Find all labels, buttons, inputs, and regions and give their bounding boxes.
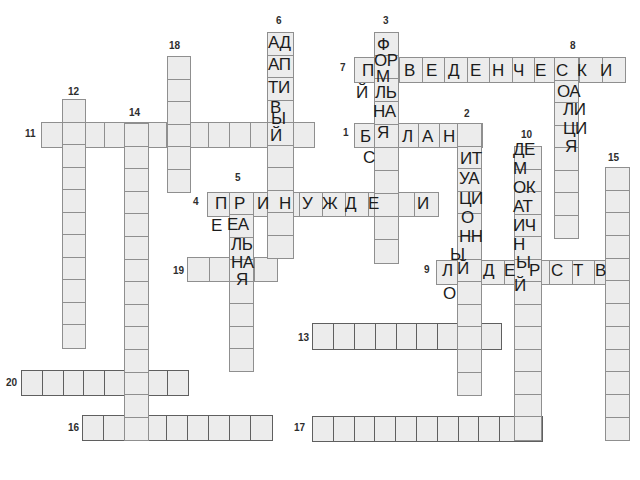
crossword-letter: Я (565, 138, 577, 155)
clue-number-6: 6 (276, 16, 282, 26)
crossword-letter: А (422, 128, 433, 145)
cell-12-10[interactable] (63, 303, 85, 326)
cell-17-4[interactable] (375, 417, 396, 441)
cell-15-5[interactable] (606, 259, 629, 282)
cell-5-8[interactable] (230, 349, 253, 371)
cell-13-3[interactable] (355, 324, 376, 349)
cell-17-3[interactable] (355, 417, 376, 441)
cell-15-10[interactable] (606, 372, 629, 395)
clue-number-10: 10 (521, 130, 532, 140)
cell-11-9[interactable] (209, 123, 230, 147)
cell-18-6[interactable] (168, 170, 190, 193)
cell-12-3[interactable] (63, 145, 85, 168)
clue-number-7: 7 (340, 63, 346, 73)
clue-number-9: 9 (424, 265, 430, 275)
crossword-letter: О (443, 285, 456, 302)
cell-13-1[interactable] (313, 324, 334, 349)
cell-10-8[interactable] (515, 305, 541, 328)
crossword-letter: ЛЬ (231, 236, 252, 253)
crossword-letter: ДЕ (513, 141, 535, 158)
cell-10-9[interactable] (515, 327, 541, 350)
cell-14-5[interactable] (125, 214, 148, 237)
clue-number-3: 3 (383, 16, 389, 26)
cell-11-13[interactable] (293, 123, 314, 147)
cell-20-7[interactable] (147, 371, 168, 395)
cell-16-6[interactable] (188, 416, 209, 440)
cell-15-3[interactable] (606, 213, 629, 236)
cell-16-5[interactable] (167, 416, 188, 440)
cell-15-8[interactable] (606, 327, 629, 350)
cell-12-1[interactable] (63, 100, 85, 123)
cell-20-4[interactable] (84, 371, 105, 395)
cell-2-8[interactable] (458, 282, 481, 305)
cell-17-9[interactable] (479, 417, 500, 441)
crossword-letter: УА (459, 170, 479, 187)
cell-15-9[interactable] (606, 350, 629, 373)
crossword-letter: Е (535, 62, 546, 79)
cell-2-1[interactable] (458, 124, 481, 147)
cell-17-1[interactable] (313, 417, 334, 441)
cell-17-2[interactable] (334, 417, 355, 441)
crossword-letter: ИЧ (513, 217, 536, 234)
crossword-letter: ЦИ (459, 190, 483, 207)
crossword-letter: Е (211, 217, 222, 234)
cell-6-6[interactable] (268, 146, 293, 169)
crossword-letter: ТИ (268, 79, 290, 96)
crossword-letter: ОА (557, 83, 580, 100)
crossword-letter: Д (483, 262, 494, 279)
crossword-letter: И (600, 62, 612, 79)
crossword-letter: Р (234, 195, 245, 212)
crossword-letter: И (257, 195, 269, 212)
crossword-letter: АП (268, 56, 290, 73)
cell-18-4[interactable] (168, 125, 190, 148)
word-strip-15-down (605, 167, 630, 441)
crossword-letter: Л (402, 128, 413, 145)
cell-3-9[interactable] (375, 217, 398, 240)
cell-20-5[interactable] (105, 371, 126, 395)
cell-12-9[interactable] (63, 280, 85, 303)
cell-3-6[interactable] (375, 148, 398, 171)
cell-14-11[interactable] (125, 350, 148, 373)
word-strip-20-across (21, 370, 189, 396)
cell-12-5[interactable] (63, 190, 85, 213)
cell-16-1[interactable] (83, 416, 104, 440)
clue-number-1: 1 (343, 128, 349, 138)
crossword-letter: ЦИ (563, 120, 587, 137)
cell-17-7[interactable] (438, 417, 459, 441)
crossword-letter: О (461, 209, 474, 226)
cell-3-10[interactable] (375, 240, 398, 263)
cell-14-14[interactable] (125, 418, 148, 441)
cell-10-10[interactable] (515, 350, 541, 373)
crossword-letter: АТ (513, 198, 532, 215)
cell-12-6[interactable] (63, 213, 85, 236)
cell-8-6[interactable] (555, 171, 578, 194)
clue-number-14: 14 (129, 108, 140, 118)
cell-14-3[interactable] (125, 169, 148, 192)
cell-14-8[interactable] (125, 282, 148, 305)
clue-number-17: 17 (294, 423, 305, 433)
cell-17-6[interactable] (417, 417, 438, 441)
crossword-letter: Д (345, 195, 356, 212)
cell-17-8[interactable] (459, 417, 480, 441)
crossword-letter: ИТ (460, 150, 482, 167)
cell-2-11[interactable] (458, 350, 481, 373)
cell-20-2[interactable] (43, 371, 64, 395)
cell-18-1[interactable] (168, 57, 190, 80)
crossword-letter: Й (270, 127, 282, 144)
crossword-letter: НА (373, 103, 396, 120)
cell-18-3[interactable] (168, 102, 190, 125)
clue-number-5: 5 (235, 173, 241, 183)
crossword-letter: У (302, 195, 312, 212)
cell-13-6[interactable] (417, 324, 438, 349)
crossword-letter: П (362, 62, 374, 79)
cell-20-1[interactable] (22, 371, 43, 395)
cell-14-2[interactable] (125, 147, 148, 170)
word-strip-14-down (124, 123, 149, 441)
clue-number-18: 18 (169, 41, 180, 51)
cell-11-6[interactable] (146, 123, 167, 147)
clue-number-20: 20 (6, 378, 17, 388)
clue-number-8: 8 (570, 41, 576, 51)
cell-19-4[interactable] (255, 258, 277, 281)
cell-12-7[interactable] (63, 235, 85, 258)
crossword-letter: К (577, 62, 586, 79)
cell-2-10[interactable] (458, 327, 481, 350)
cell-15-7[interactable] (606, 304, 629, 327)
crossword-letter: С (551, 262, 563, 279)
cell-12-4[interactable] (63, 168, 85, 191)
crossword-letter: ОК (513, 179, 535, 196)
crossword-letter: Е (426, 62, 437, 79)
word-strip-18-down (167, 56, 191, 193)
crossword-letter: Н (279, 195, 291, 212)
crossword-letter: Ы (271, 110, 286, 127)
crossword-letter: С (363, 149, 375, 166)
cell-10-11[interactable] (515, 372, 541, 395)
crossword-letter: Й (457, 260, 469, 277)
crossword-letter: Я (236, 271, 248, 288)
cell-16-7[interactable] (209, 416, 230, 440)
cell-16-4[interactable] (146, 416, 167, 440)
clue-number-13: 13 (298, 333, 309, 343)
cell-6-9[interactable] (268, 213, 293, 236)
cell-13-9[interactable] (480, 324, 501, 349)
cell-11-10[interactable] (230, 123, 251, 147)
cell-13-5[interactable] (397, 324, 418, 349)
word-strip-16-across (82, 415, 273, 441)
crossword-letter: АД (268, 34, 290, 51)
crossword-letter: Н (443, 128, 455, 145)
cell-20-3[interactable] (64, 371, 85, 395)
cell-8-7[interactable] (555, 193, 578, 216)
crossword-letter: Ч (513, 62, 524, 79)
cell-11-1[interactable] (42, 123, 63, 147)
cell-5-7[interactable] (230, 327, 253, 349)
clue-number-16: 16 (68, 423, 79, 433)
cell-11-4[interactable] (105, 123, 126, 147)
crossword-letter: В (595, 262, 606, 279)
crossword-letter: Н (513, 236, 525, 253)
cell-12-8[interactable] (63, 258, 85, 281)
cell-12-11[interactable] (63, 325, 85, 348)
cell-15-4[interactable] (606, 236, 629, 259)
cell-11-8[interactable] (188, 123, 209, 147)
crossword-letter: НА (231, 254, 254, 271)
clue-number-19: 19 (173, 266, 184, 276)
cell-16-2[interactable] (104, 416, 125, 440)
crossword-letter: Б (360, 128, 371, 145)
crossword-letter: Е (470, 62, 481, 79)
crossword-letter: Й (356, 84, 368, 101)
cell-14-10[interactable] (125, 327, 148, 350)
cell-14-9[interactable] (125, 305, 148, 328)
crossword-letter: Н (492, 62, 504, 79)
cell-18-5[interactable] (168, 147, 190, 170)
crossword-letter: Т (573, 262, 583, 279)
cell-15-6[interactable] (606, 281, 629, 304)
crossword-letter: Д (448, 62, 459, 79)
clue-number-2: 2 (464, 109, 470, 119)
crossword-letter: В (404, 62, 415, 79)
cell-15-12[interactable] (606, 418, 629, 441)
cell-15-11[interactable] (606, 395, 629, 418)
cell-12-2[interactable] (63, 123, 85, 146)
cell-2-12[interactable] (458, 373, 481, 396)
cell-14-4[interactable] (125, 192, 148, 215)
crossword-letter: И (417, 195, 429, 212)
cell-16-9[interactable] (251, 416, 272, 440)
cell-11-3[interactable] (84, 123, 105, 147)
cell-6-7[interactable] (268, 168, 293, 191)
cell-10-13[interactable] (515, 417, 541, 440)
cell-15-1[interactable] (606, 168, 629, 191)
cell-13-4[interactable] (376, 324, 397, 349)
cell-18-2[interactable] (168, 80, 190, 103)
crossword-letter: ЛЬ (375, 84, 396, 101)
crossword-letter: П (215, 195, 227, 212)
cell-2-9[interactable] (458, 305, 481, 328)
crossword-letter: С (556, 62, 568, 79)
cell-3-7[interactable] (375, 171, 398, 194)
cell-19-1[interactable] (188, 258, 210, 281)
cell-6-10[interactable] (268, 236, 293, 259)
crossword-letter: Ж (322, 195, 337, 212)
clue-number-15: 15 (608, 153, 619, 163)
crossword-letter: Р (529, 262, 540, 279)
word-strip-12-down (62, 99, 86, 349)
cell-14-1[interactable] (125, 124, 148, 147)
crossword-letter: ЛИ (563, 101, 585, 118)
cell-5-6[interactable] (230, 304, 253, 326)
cell-8-8[interactable] (555, 216, 578, 239)
word-strip-17-across (312, 416, 543, 442)
cell-20-8[interactable] (168, 371, 189, 395)
crossword-letter: Е (368, 195, 379, 212)
cell-17-5[interactable] (396, 417, 417, 441)
clue-number-12: 12 (68, 87, 79, 97)
cell-16-8[interactable] (230, 416, 251, 440)
crossword-letter: Е (504, 262, 515, 279)
cell-13-2[interactable] (334, 324, 355, 349)
crossword-letter: Л (442, 262, 453, 279)
crossword-board: 1234567891011121314151617181920ПВЕДЕНЧЕС… (0, 0, 640, 480)
crossword-letter: М (513, 160, 527, 177)
crossword-letter: Я (377, 124, 389, 141)
clue-number-4: 4 (193, 197, 199, 207)
crossword-letter: НН (459, 228, 483, 245)
cell-14-6[interactable] (125, 237, 148, 260)
crossword-letter: Й (514, 277, 526, 294)
cell-10-12[interactable] (515, 395, 541, 418)
cell-14-13[interactable] (125, 395, 148, 418)
cell-14-12[interactable] (125, 373, 148, 396)
crossword-letter: ЕА (227, 216, 249, 233)
cell-14-7[interactable] (125, 260, 148, 283)
clue-number-11: 11 (25, 129, 36, 139)
cell-15-2[interactable] (606, 191, 629, 214)
